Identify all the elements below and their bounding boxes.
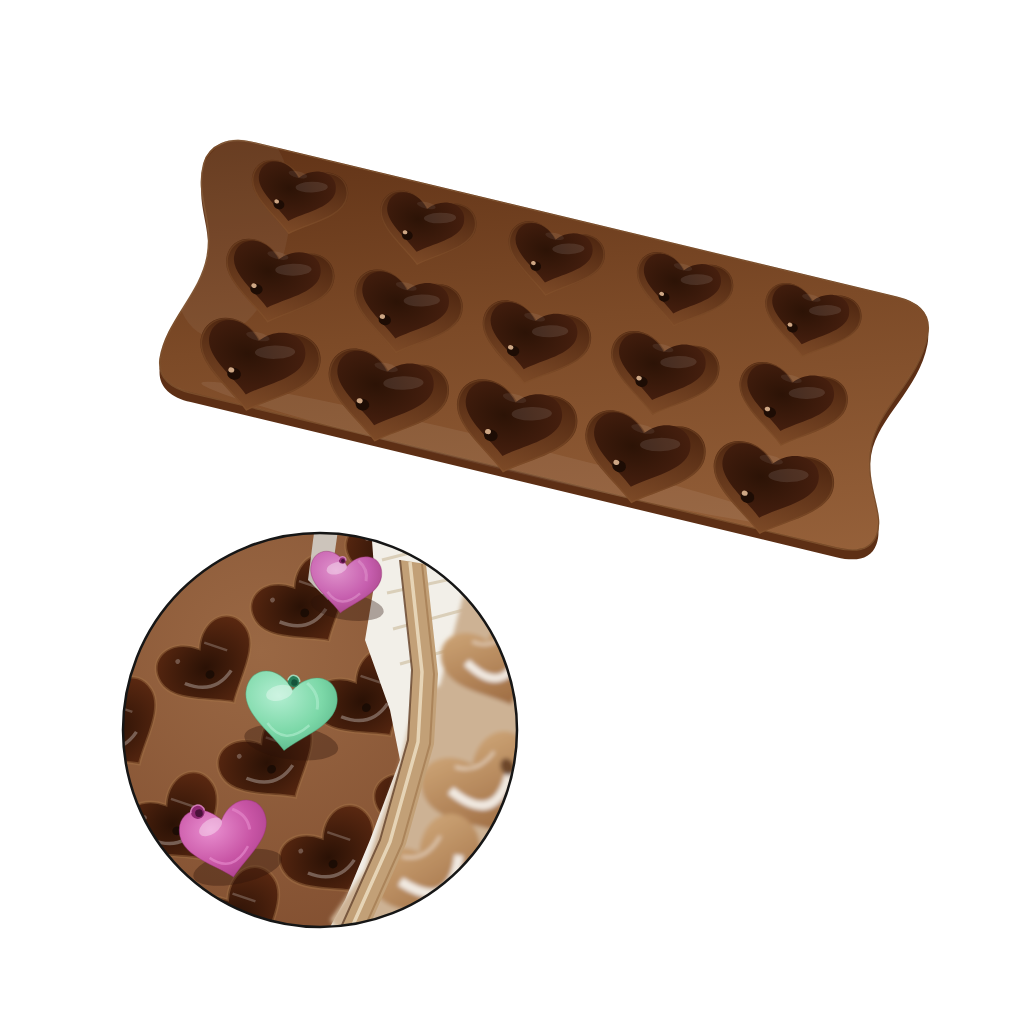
inset-cavity <box>522 768 651 891</box>
inset-cavity <box>237 953 366 1010</box>
chocolate-mold-photo <box>0 0 1010 1010</box>
mold-tray <box>138 119 939 566</box>
product-photo-scene <box>0 0 1010 1010</box>
detail-inset <box>53 484 651 1010</box>
